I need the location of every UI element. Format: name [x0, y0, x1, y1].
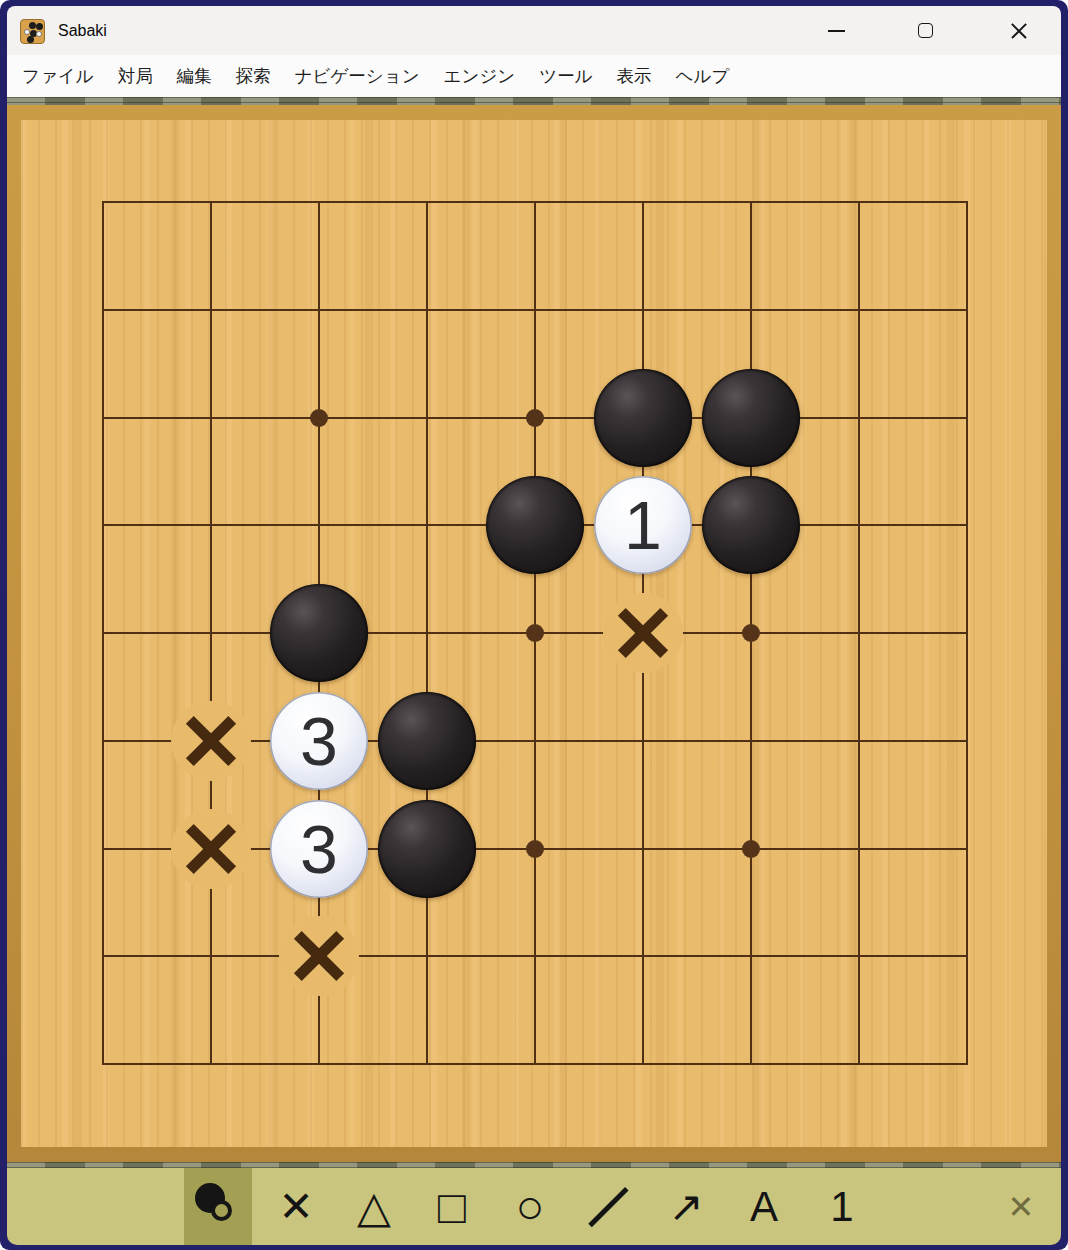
minimize-button[interactable]: [812, 6, 860, 55]
edit-toolbar: ✕ △ □ ○ ↗ A 1 ✕: [7, 1168, 1061, 1245]
number-icon: 1: [830, 1183, 853, 1231]
line-tool-button[interactable]: [574, 1168, 642, 1245]
black-stone[interactable]: [594, 369, 692, 467]
app-window: Sabaki ファイル 対局 編集 探索 ナビゲーション エンジン ツール 表示…: [0, 0, 1068, 1250]
square-icon: □: [438, 1180, 466, 1234]
menu-item-engine[interactable]: エンジン: [432, 55, 528, 97]
toolbar-close-button[interactable]: ✕: [995, 1168, 1047, 1245]
menu-item-tools[interactable]: ツール: [527, 55, 604, 97]
stone-tool-button[interactable]: [184, 1168, 252, 1245]
black-stone[interactable]: [702, 476, 800, 574]
stone-tool-icon: [195, 1183, 242, 1230]
white-stone[interactable]: 3: [270, 800, 368, 898]
black-stone[interactable]: [702, 369, 800, 467]
close-button[interactable]: [995, 6, 1043, 55]
triangle-tool-button[interactable]: △: [340, 1168, 408, 1245]
maximize-icon: [918, 23, 933, 38]
black-stone[interactable]: [486, 476, 584, 574]
cross-mark[interactable]: [171, 701, 251, 781]
window-title: Sabaki: [58, 6, 107, 55]
hoshi-point: [742, 840, 760, 858]
cross-mark[interactable]: [279, 916, 359, 996]
hoshi-point: [526, 624, 544, 642]
label-icon: A: [750, 1183, 778, 1231]
stone-label: 3: [270, 800, 368, 898]
stone-label: 1: [594, 476, 692, 574]
grid-line: [102, 955, 968, 957]
black-stone[interactable]: [378, 800, 476, 898]
grid-line: [966, 201, 968, 1065]
black-stone[interactable]: [270, 584, 368, 682]
number-tool-button[interactable]: 1: [808, 1168, 876, 1245]
cross-mark[interactable]: [171, 809, 251, 889]
arrow-icon: ↗: [668, 1182, 703, 1231]
menu-item-find[interactable]: 探索: [224, 55, 283, 97]
circle-tool-button[interactable]: ○: [496, 1168, 564, 1245]
line-icon: [588, 1187, 628, 1227]
app-icon: [20, 19, 45, 44]
menu-item-game[interactable]: 対局: [106, 55, 165, 97]
board-layer: 133: [7, 105, 1061, 1162]
minimize-icon: [828, 30, 845, 32]
cross-icon: ✕: [278, 1182, 313, 1231]
hoshi-point: [310, 409, 328, 427]
menu-item-help[interactable]: ヘルプ: [664, 55, 742, 97]
white-stone[interactable]: 1: [594, 476, 692, 574]
hoshi-point: [742, 624, 760, 642]
menu-item-navigation[interactable]: ナビゲーション: [283, 55, 432, 97]
triangle-icon: △: [357, 1181, 391, 1232]
close-icon: [1009, 21, 1029, 41]
menu-item-file[interactable]: ファイル: [10, 55, 106, 97]
square-tool-button[interactable]: □: [418, 1168, 486, 1245]
hoshi-point: [526, 409, 544, 427]
menu-item-edit[interactable]: 編集: [165, 55, 224, 97]
titlebar: Sabaki: [7, 6, 1061, 55]
circle-icon: ○: [516, 1179, 545, 1234]
grid-line: [858, 201, 860, 1065]
menubar: ファイル 対局 編集 探索 ナビゲーション エンジン ツール 表示 ヘルプ: [7, 55, 1061, 97]
main-area: 133: [7, 97, 1061, 1168]
go-board[interactable]: 133: [7, 105, 1061, 1162]
grid-line: [102, 1063, 968, 1065]
white-stone[interactable]: 3: [270, 692, 368, 790]
maximize-button[interactable]: [901, 6, 949, 55]
black-stone[interactable]: [378, 692, 476, 790]
label-tool-button[interactable]: A: [730, 1168, 798, 1245]
hoshi-point: [526, 840, 544, 858]
cross-tool-button[interactable]: ✕: [262, 1168, 330, 1245]
toolbar-tools: ✕ △ □ ○ ↗ A 1: [184, 1168, 876, 1245]
menu-item-view[interactable]: 表示: [605, 55, 664, 97]
stone-label: 3: [270, 692, 368, 790]
cross-mark[interactable]: [603, 593, 683, 673]
arrow-tool-button[interactable]: ↗: [652, 1168, 720, 1245]
